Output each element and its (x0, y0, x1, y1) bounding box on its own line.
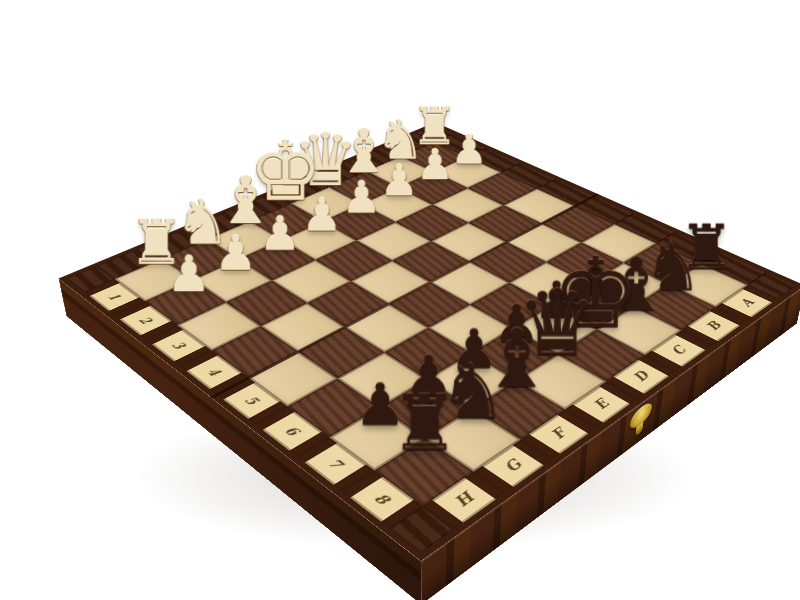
piece-white-pawn[interactable]: ♟ (167, 249, 211, 298)
piece-black-rook[interactable]: ♜ (390, 385, 459, 462)
scene: 12345678HGFEDCBA ♜♞♝♚♛♝♞♜♟♟♟♟♟♟♟♟♟♟♟♟♟♟♜… (0, 0, 800, 600)
